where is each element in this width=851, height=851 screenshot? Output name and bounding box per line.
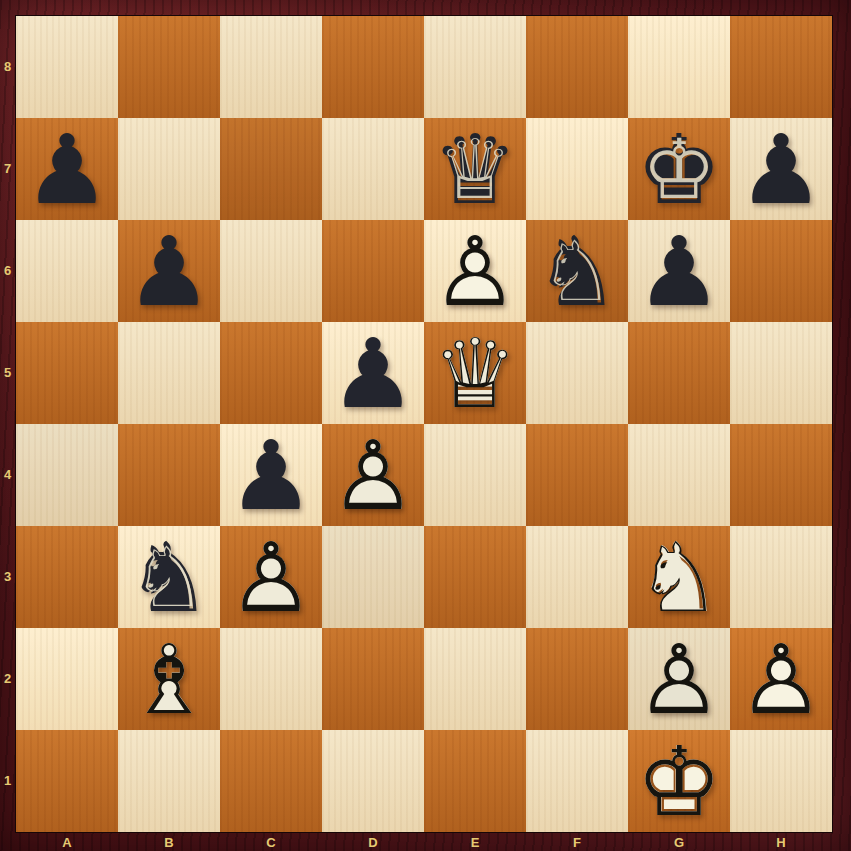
square-a3[interactable] [16, 526, 118, 628]
file-label-e: E [424, 833, 526, 851]
piece-black-pawn[interactable]: ♟ [628, 220, 730, 322]
square-f7[interactable] [526, 118, 628, 220]
square-h6[interactable] [730, 220, 832, 322]
square-b8[interactable] [118, 16, 220, 118]
square-d4[interactable]: ♟♙ [322, 424, 424, 526]
square-d3[interactable] [322, 526, 424, 628]
square-g4[interactable] [628, 424, 730, 526]
rank-label-1: 1 [0, 729, 15, 831]
piece-black-pawn[interactable]: ♟ [730, 118, 832, 220]
square-c3[interactable]: ♟♙ [220, 526, 322, 628]
square-h5[interactable] [730, 322, 832, 424]
white-queen-glyph: ♛ [424, 322, 526, 424]
file-label-b: B [118, 833, 220, 851]
rank-label-3: 3 [0, 525, 15, 627]
square-c6[interactable] [220, 220, 322, 322]
piece-white-knight[interactable]: ♞♘ [628, 526, 730, 628]
piece-white-pawn[interactable]: ♟♙ [220, 526, 322, 628]
white-pawn-glyph: ♟ [322, 424, 424, 526]
piece-white-king[interactable]: ♚♔ [628, 730, 730, 832]
square-c7[interactable] [220, 118, 322, 220]
square-d2[interactable] [322, 628, 424, 730]
square-a5[interactable] [16, 322, 118, 424]
white-king-outline-glyph: ♔ [628, 730, 730, 832]
square-e5[interactable]: ♛♕ [424, 322, 526, 424]
piece-white-pawn[interactable]: ♟♙ [322, 424, 424, 526]
square-f1[interactable] [526, 730, 628, 832]
file-label-c: C [220, 833, 322, 851]
square-h7[interactable]: ♟ [730, 118, 832, 220]
square-e2[interactable] [424, 628, 526, 730]
black-king-glyph: ♚ [628, 118, 730, 220]
square-d1[interactable] [322, 730, 424, 832]
square-c8[interactable] [220, 16, 322, 118]
square-g5[interactable] [628, 322, 730, 424]
white-pawn-outline-glyph: ♙ [220, 526, 322, 628]
square-f3[interactable] [526, 526, 628, 628]
white-knight-glyph: ♞ [628, 526, 730, 628]
black-knight-outline-glyph: ♘ [533, 227, 621, 315]
rank-label-8: 8 [0, 15, 15, 117]
square-h4[interactable] [730, 424, 832, 526]
square-g2[interactable]: ♟♙ [628, 628, 730, 730]
black-pawn-glyph: ♟ [16, 118, 118, 220]
white-bishop-glyph: ♝ [118, 628, 220, 730]
square-d6[interactable] [322, 220, 424, 322]
white-king-glyph: ♚ [628, 730, 730, 832]
file-label-h: H [730, 833, 832, 851]
white-pawn-glyph: ♟ [220, 526, 322, 628]
square-e1[interactable] [424, 730, 526, 832]
rank-label-7: 7 [0, 117, 15, 219]
square-e3[interactable] [424, 526, 526, 628]
rank-label-2: 2 [0, 627, 15, 729]
square-c5[interactable] [220, 322, 322, 424]
square-c1[interactable] [220, 730, 322, 832]
square-f6[interactable]: ♞♘ [526, 220, 628, 322]
black-queen-outline-glyph: ♕ [431, 125, 519, 213]
piece-white-queen[interactable]: ♛♕ [424, 322, 526, 424]
rank-label-5: 5 [0, 321, 15, 423]
piece-white-bishop[interactable]: ♝♗ [118, 628, 220, 730]
square-g3[interactable]: ♞♘ [628, 526, 730, 628]
black-pawn-glyph: ♟ [628, 220, 730, 322]
square-f4[interactable] [526, 424, 628, 526]
square-a6[interactable] [16, 220, 118, 322]
white-bishop-outline-glyph: ♗ [118, 628, 220, 730]
square-a1[interactable] [16, 730, 118, 832]
black-pawn-glyph: ♟ [220, 424, 322, 526]
white-pawn-glyph: ♟ [730, 628, 832, 730]
square-h2[interactable]: ♟♙ [730, 628, 832, 730]
square-a7[interactable]: ♟ [16, 118, 118, 220]
black-queen-glyph: ♛ [424, 118, 526, 220]
black-knight-glyph: ♞ [118, 526, 220, 628]
file-label-d: D [322, 833, 424, 851]
square-a4[interactable] [16, 424, 118, 526]
square-b4[interactable] [118, 424, 220, 526]
square-e6[interactable]: ♟♙ [424, 220, 526, 322]
white-pawn-outline-glyph: ♙ [424, 220, 526, 322]
piece-black-king[interactable]: ♚♔ [628, 118, 730, 220]
square-g8[interactable] [628, 16, 730, 118]
square-f2[interactable] [526, 628, 628, 730]
square-a8[interactable] [16, 16, 118, 118]
square-g7[interactable]: ♚♔ [628, 118, 730, 220]
black-knight-glyph: ♞ [526, 220, 628, 322]
square-d8[interactable] [322, 16, 424, 118]
black-knight-outline-glyph: ♘ [125, 533, 213, 621]
black-pawn-glyph: ♟ [730, 118, 832, 220]
square-b3[interactable]: ♞♘ [118, 526, 220, 628]
square-g1[interactable]: ♚♔ [628, 730, 730, 832]
square-h8[interactable] [730, 16, 832, 118]
chess-board-frame: ♟♛♕♚♔♟♟♟♙♞♘♟♟♛♕♟♟♙♞♘♟♙♞♘♝♗♟♙♟♙♚♔ 8765432… [0, 0, 851, 851]
white-queen-outline-glyph: ♕ [424, 322, 526, 424]
file-labels: ABCDEFGH [16, 833, 832, 851]
square-a2[interactable] [16, 628, 118, 730]
square-h1[interactable] [730, 730, 832, 832]
white-pawn-outline-glyph: ♙ [628, 628, 730, 730]
piece-black-pawn[interactable]: ♟ [16, 118, 118, 220]
white-pawn-glyph: ♟ [628, 628, 730, 730]
square-f5[interactable] [526, 322, 628, 424]
square-b6[interactable]: ♟ [118, 220, 220, 322]
square-g6[interactable]: ♟ [628, 220, 730, 322]
square-d7[interactable] [322, 118, 424, 220]
white-knight-outline-glyph: ♘ [628, 526, 730, 628]
square-f8[interactable] [526, 16, 628, 118]
black-pawn-glyph: ♟ [322, 322, 424, 424]
piece-black-queen[interactable]: ♛♕ [424, 118, 526, 220]
square-e7[interactable]: ♛♕ [424, 118, 526, 220]
square-b1[interactable] [118, 730, 220, 832]
chessboard: ♟♛♕♚♔♟♟♟♙♞♘♟♟♛♕♟♟♙♞♘♟♙♞♘♝♗♟♙♟♙♚♔ [15, 15, 833, 833]
white-pawn-glyph: ♟ [424, 220, 526, 322]
square-c2[interactable] [220, 628, 322, 730]
square-e4[interactable] [424, 424, 526, 526]
piece-white-pawn[interactable]: ♟♙ [730, 628, 832, 730]
piece-black-knight[interactable]: ♞♘ [526, 220, 628, 322]
piece-black-knight[interactable]: ♞♘ [118, 526, 220, 628]
file-label-f: F [526, 833, 628, 851]
file-label-a: A [16, 833, 118, 851]
rank-labels: 87654321 [0, 15, 15, 831]
piece-white-pawn[interactable]: ♟♙ [628, 628, 730, 730]
piece-black-pawn[interactable]: ♟ [220, 424, 322, 526]
rank-label-6: 6 [0, 219, 15, 321]
black-king-outline-glyph: ♔ [635, 125, 723, 213]
black-pawn-glyph: ♟ [118, 220, 220, 322]
square-b5[interactable] [118, 322, 220, 424]
white-pawn-outline-glyph: ♙ [322, 424, 424, 526]
square-b2[interactable]: ♝♗ [118, 628, 220, 730]
square-c4[interactable]: ♟ [220, 424, 322, 526]
rank-label-4: 4 [0, 423, 15, 525]
white-pawn-outline-glyph: ♙ [730, 628, 832, 730]
square-d5[interactable]: ♟ [322, 322, 424, 424]
square-h3[interactable] [730, 526, 832, 628]
piece-black-pawn[interactable]: ♟ [322, 322, 424, 424]
piece-black-pawn[interactable]: ♟ [118, 220, 220, 322]
piece-white-pawn[interactable]: ♟♙ [424, 220, 526, 322]
square-e8[interactable] [424, 16, 526, 118]
file-label-g: G [628, 833, 730, 851]
square-b7[interactable] [118, 118, 220, 220]
